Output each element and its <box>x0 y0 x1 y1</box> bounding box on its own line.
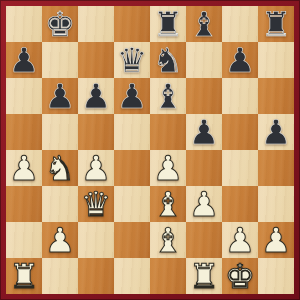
piece-white-pawn-b2[interactable]: ♟ <box>45 222 75 258</box>
piece-black-bishop-f8[interactable]: ♝ <box>189 6 219 42</box>
square-b5[interactable] <box>42 114 78 150</box>
piece-white-pawn-e4[interactable]: ♟ <box>153 150 183 186</box>
square-a8[interactable] <box>6 6 42 42</box>
piece-white-pawn-f3[interactable]: ♟ <box>189 186 219 222</box>
square-a5[interactable] <box>6 114 42 150</box>
square-a7[interactable]: ♟ <box>6 42 42 78</box>
piece-white-pawn-g2[interactable]: ♟ <box>225 222 255 258</box>
square-g8[interactable] <box>222 6 258 42</box>
square-g5[interactable] <box>222 114 258 150</box>
square-g2[interactable]: ♟ <box>222 222 258 258</box>
square-g6[interactable] <box>222 78 258 114</box>
square-d7[interactable]: ♛ <box>114 42 150 78</box>
chess-board-frame: ♚♜♝♜♟♛♞♟♟♟♟♝♟♟♟♞♟♟♛♝♟♟♝♟♟♜♜♚ <box>0 0 300 300</box>
piece-white-pawn-h2[interactable]: ♟ <box>261 222 291 258</box>
piece-white-knight-b4[interactable]: ♞ <box>45 150 75 186</box>
square-f4[interactable] <box>186 150 222 186</box>
square-f8[interactable]: ♝ <box>186 6 222 42</box>
square-e3[interactable]: ♝ <box>150 186 186 222</box>
square-b7[interactable] <box>42 42 78 78</box>
square-f2[interactable] <box>186 222 222 258</box>
square-b6[interactable]: ♟ <box>42 78 78 114</box>
square-e8[interactable]: ♜ <box>150 6 186 42</box>
square-a2[interactable] <box>6 222 42 258</box>
square-f5[interactable]: ♟ <box>186 114 222 150</box>
square-h7[interactable] <box>258 42 294 78</box>
piece-black-rook-e8[interactable]: ♜ <box>153 6 183 42</box>
square-e1[interactable] <box>150 258 186 294</box>
square-h4[interactable] <box>258 150 294 186</box>
square-h2[interactable]: ♟ <box>258 222 294 258</box>
piece-white-bishop-e3[interactable]: ♝ <box>153 186 183 222</box>
square-c8[interactable] <box>78 6 114 42</box>
square-g7[interactable]: ♟ <box>222 42 258 78</box>
square-h1[interactable] <box>258 258 294 294</box>
square-b1[interactable] <box>42 258 78 294</box>
square-e5[interactable] <box>150 114 186 150</box>
square-d8[interactable] <box>114 6 150 42</box>
square-f1[interactable]: ♜ <box>186 258 222 294</box>
square-c4[interactable]: ♟ <box>78 150 114 186</box>
square-a3[interactable] <box>6 186 42 222</box>
square-c2[interactable] <box>78 222 114 258</box>
piece-black-pawn-c6[interactable]: ♟ <box>81 78 111 114</box>
square-f3[interactable]: ♟ <box>186 186 222 222</box>
square-b8[interactable]: ♚ <box>42 6 78 42</box>
square-h3[interactable] <box>258 186 294 222</box>
piece-black-queen-d7[interactable]: ♛ <box>117 42 147 78</box>
piece-black-pawn-b6[interactable]: ♟ <box>45 78 75 114</box>
square-c5[interactable] <box>78 114 114 150</box>
piece-white-queen-c3[interactable]: ♛ <box>81 186 111 222</box>
square-c7[interactable] <box>78 42 114 78</box>
piece-black-king-b8[interactable]: ♚ <box>45 6 75 42</box>
square-f7[interactable] <box>186 42 222 78</box>
square-d3[interactable] <box>114 186 150 222</box>
square-e2[interactable]: ♝ <box>150 222 186 258</box>
piece-black-pawn-g7[interactable]: ♟ <box>225 42 255 78</box>
square-a1[interactable]: ♜ <box>6 258 42 294</box>
square-e6[interactable]: ♝ <box>150 78 186 114</box>
square-d4[interactable] <box>114 150 150 186</box>
piece-white-pawn-a4[interactable]: ♟ <box>9 150 39 186</box>
piece-black-pawn-f5[interactable]: ♟ <box>189 114 219 150</box>
piece-black-bishop-e6[interactable]: ♝ <box>153 78 183 114</box>
square-g1[interactable]: ♚ <box>222 258 258 294</box>
square-h8[interactable]: ♜ <box>258 6 294 42</box>
piece-white-rook-f1[interactable]: ♜ <box>189 258 219 294</box>
piece-black-pawn-h5[interactable]: ♟ <box>261 114 291 150</box>
square-g4[interactable] <box>222 150 258 186</box>
piece-black-pawn-a7[interactable]: ♟ <box>9 42 39 78</box>
square-d6[interactable]: ♟ <box>114 78 150 114</box>
square-d5[interactable] <box>114 114 150 150</box>
piece-black-pawn-d6[interactable]: ♟ <box>117 78 147 114</box>
square-e7[interactable]: ♞ <box>150 42 186 78</box>
square-d2[interactable] <box>114 222 150 258</box>
square-a4[interactable]: ♟ <box>6 150 42 186</box>
chess-board: ♚♜♝♜♟♛♞♟♟♟♟♝♟♟♟♞♟♟♛♝♟♟♝♟♟♜♜♚ <box>6 6 294 294</box>
piece-white-pawn-c4[interactable]: ♟ <box>81 150 111 186</box>
square-d1[interactable] <box>114 258 150 294</box>
piece-white-rook-a1[interactable]: ♜ <box>9 258 39 294</box>
square-h5[interactable]: ♟ <box>258 114 294 150</box>
square-c6[interactable]: ♟ <box>78 78 114 114</box>
square-f6[interactable] <box>186 78 222 114</box>
square-h6[interactable] <box>258 78 294 114</box>
square-b3[interactable] <box>42 186 78 222</box>
piece-black-rook-h8[interactable]: ♜ <box>261 6 291 42</box>
piece-black-knight-e7[interactable]: ♞ <box>153 42 183 78</box>
square-c3[interactable]: ♛ <box>78 186 114 222</box>
square-b4[interactable]: ♞ <box>42 150 78 186</box>
piece-white-king-g1[interactable]: ♚ <box>225 258 255 294</box>
piece-white-bishop-e2[interactable]: ♝ <box>153 222 183 258</box>
square-g3[interactable] <box>222 186 258 222</box>
square-e4[interactable]: ♟ <box>150 150 186 186</box>
square-a6[interactable] <box>6 78 42 114</box>
square-c1[interactable] <box>78 258 114 294</box>
square-b2[interactable]: ♟ <box>42 222 78 258</box>
